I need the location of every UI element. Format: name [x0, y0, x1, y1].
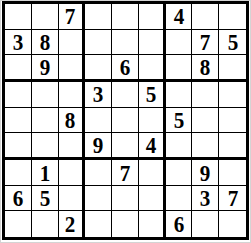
- given-digit: 8: [65, 108, 76, 132]
- given-digit: 5: [145, 82, 156, 106]
- given-digit: 5: [39, 186, 50, 210]
- cell-r8c1[interactable]: 6: [5, 186, 32, 212]
- cell-r8c9[interactable]: 7: [219, 186, 246, 212]
- cell-r2c6[interactable]: [139, 30, 166, 56]
- cell-r1c2[interactable]: [32, 4, 59, 30]
- given-digit: 7: [227, 186, 238, 210]
- cell-r5c9[interactable]: [219, 108, 246, 134]
- cell-r9c7[interactable]: 6: [166, 211, 193, 237]
- cell-r2c9[interactable]: 5: [219, 30, 246, 56]
- cell-r9c1[interactable]: [5, 211, 32, 237]
- cell-r8c8[interactable]: 3: [192, 186, 219, 212]
- given-digit: 3: [200, 186, 211, 210]
- given-digit: 8: [39, 30, 50, 54]
- cell-r5c5[interactable]: [112, 108, 139, 134]
- cell-r4c1[interactable]: [5, 82, 32, 108]
- cell-r6c9[interactable]: [219, 133, 246, 160]
- cell-r6c7[interactable]: [166, 133, 193, 160]
- cell-r9c4[interactable]: [85, 211, 112, 237]
- spreadsheet-gridline-left: [0, 0, 1, 243]
- given-digit: 6: [120, 55, 131, 79]
- cell-r6c8[interactable]: [192, 133, 219, 160]
- given-digit: 2: [65, 212, 76, 236]
- cell-r3c7[interactable]: [166, 55, 193, 82]
- given-digit: 7: [65, 4, 76, 28]
- cell-r6c3[interactable]: [59, 133, 86, 160]
- given-digit: 7: [200, 30, 211, 54]
- cell-r6c2[interactable]: [32, 133, 59, 160]
- cell-r1c5[interactable]: [112, 4, 139, 30]
- given-digit: 4: [145, 133, 156, 157]
- cell-r5c2[interactable]: [32, 108, 59, 134]
- cell-r6c4[interactable]: 9: [85, 133, 112, 160]
- cell-r3c2[interactable]: 9: [32, 55, 59, 82]
- cell-r1c1[interactable]: [5, 4, 32, 30]
- cell-r7c1[interactable]: [5, 160, 32, 186]
- given-digit: 9: [39, 55, 50, 79]
- cell-r5c4[interactable]: [85, 108, 112, 134]
- cell-r3c8[interactable]: 8: [192, 55, 219, 82]
- cell-r8c4[interactable]: [85, 186, 112, 212]
- cell-r5c1[interactable]: [5, 108, 32, 134]
- cell-r7c4[interactable]: [85, 160, 112, 186]
- cell-r9c3[interactable]: 2: [59, 211, 86, 237]
- cell-r1c6[interactable]: [139, 4, 166, 30]
- cell-r4c7[interactable]: [166, 82, 193, 108]
- given-digit: 5: [227, 30, 238, 54]
- cell-r5c7[interactable]: 5: [166, 108, 193, 134]
- given-digit: 6: [13, 186, 24, 210]
- given-digit: 7: [120, 161, 131, 185]
- cell-r4c9[interactable]: [219, 82, 246, 108]
- cell-r9c9[interactable]: [219, 211, 246, 237]
- cell-r5c3[interactable]: 8: [59, 108, 86, 134]
- cell-r4c3[interactable]: [59, 82, 86, 108]
- cell-r4c5[interactable]: [112, 82, 139, 108]
- cell-r9c8[interactable]: [192, 211, 219, 237]
- cell-r7c6[interactable]: [139, 160, 166, 186]
- cell-r2c4[interactable]: [85, 30, 112, 56]
- cell-r3c9[interactable]: [219, 55, 246, 82]
- cell-r3c1[interactable]: [5, 55, 32, 82]
- given-digit: 5: [173, 108, 184, 132]
- cell-r1c8[interactable]: [192, 4, 219, 30]
- cell-r1c4[interactable]: [85, 4, 112, 30]
- cell-r2c1[interactable]: 3: [5, 30, 32, 56]
- cell-r8c5[interactable]: [112, 186, 139, 212]
- cell-r7c2[interactable]: 1: [32, 160, 59, 186]
- cell-r9c5[interactable]: [112, 211, 139, 237]
- sudoku-board: 743875968358594179653726: [2, 1, 249, 240]
- cell-r8c7[interactable]: [166, 186, 193, 212]
- cell-r9c6[interactable]: [139, 211, 166, 237]
- given-digit: 1: [39, 161, 50, 185]
- cell-r6c5[interactable]: [112, 133, 139, 160]
- cell-r9c2[interactable]: [32, 211, 59, 237]
- cell-r1c7[interactable]: 4: [166, 4, 193, 30]
- given-digit: 3: [93, 82, 104, 106]
- cell-r7c3[interactable]: [59, 160, 86, 186]
- cell-r2c8[interactable]: 7: [192, 30, 219, 56]
- cell-r7c8[interactable]: 9: [192, 160, 219, 186]
- cell-r7c7[interactable]: [166, 160, 193, 186]
- cell-r7c9[interactable]: [219, 160, 246, 186]
- given-digit: 9: [200, 161, 211, 185]
- cell-r3c6[interactable]: [139, 55, 166, 82]
- cell-r1c3[interactable]: 7: [59, 4, 86, 30]
- given-digit: 3: [13, 30, 24, 54]
- cell-r2c7[interactable]: [166, 30, 193, 56]
- cell-r2c5[interactable]: [112, 30, 139, 56]
- given-digit: 4: [173, 4, 184, 28]
- cell-r2c2[interactable]: 8: [32, 30, 59, 56]
- cell-r6c6[interactable]: 4: [139, 133, 166, 160]
- cell-r2c3[interactable]: [59, 30, 86, 56]
- cell-r6c1[interactable]: [5, 133, 32, 160]
- cell-r8c6[interactable]: [139, 186, 166, 212]
- cell-r7c5[interactable]: 7: [112, 160, 139, 186]
- cell-r3c5[interactable]: 6: [112, 55, 139, 82]
- cell-r4c8[interactable]: [192, 82, 219, 108]
- spreadsheet-gridline-right: [250, 0, 251, 243]
- cell-r5c8[interactable]: [192, 108, 219, 134]
- cell-r3c3[interactable]: [59, 55, 86, 82]
- cell-r3c4[interactable]: [85, 55, 112, 82]
- cell-r4c4[interactable]: 3: [85, 82, 112, 108]
- given-digit: 6: [173, 212, 184, 236]
- cell-r4c6[interactable]: 5: [139, 82, 166, 108]
- given-digit: 8: [200, 55, 211, 79]
- cell-r8c3[interactable]: [59, 186, 86, 212]
- cell-r4c2[interactable]: [32, 82, 59, 108]
- given-digit: 9: [93, 133, 104, 157]
- cell-r1c9[interactable]: [219, 4, 246, 30]
- cell-r8c2[interactable]: 5: [32, 186, 59, 212]
- cell-r5c6[interactable]: [139, 108, 166, 134]
